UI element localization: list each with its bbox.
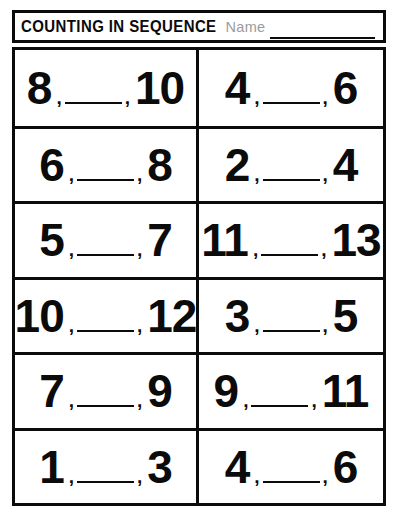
first-number: 6 <box>39 142 64 188</box>
first-number: 11 <box>201 217 248 263</box>
second-number: 8 <box>147 142 172 188</box>
comma-separator: , <box>253 240 258 259</box>
first-number: 2 <box>225 142 250 188</box>
second-number: 12 <box>147 293 196 339</box>
answer-blank[interactable] <box>263 99 320 104</box>
comma-separator: , <box>323 88 328 107</box>
first-number: 5 <box>39 217 64 263</box>
comma-separator: , <box>56 88 61 107</box>
second-number: 13 <box>332 217 381 263</box>
comma-separator: , <box>137 316 142 335</box>
sequence-cell: 10,,12 <box>15 277 199 353</box>
sequence-cell: 9,,11 <box>199 352 383 428</box>
worksheet-page: COUNTING IN SEQUENCE Name 8,,10 4,,6 6,,… <box>12 10 386 506</box>
comma-separator: , <box>323 316 328 335</box>
sequence-grid: 8,,10 4,,6 6,,8 2,,4 5,,7 11,,13 <box>12 47 386 506</box>
comma-separator: , <box>311 391 316 410</box>
second-number: 5 <box>333 293 358 339</box>
first-number: 10 <box>15 293 64 339</box>
sequence-line: 6,,8 <box>36 142 175 188</box>
comma-separator: , <box>137 165 142 184</box>
sequence-cell: 4,,6 <box>199 428 383 504</box>
second-number: 4 <box>333 142 358 188</box>
sequence-cell: 2,,4 <box>199 126 383 202</box>
second-number: 3 <box>147 444 172 490</box>
second-number: 10 <box>135 65 184 111</box>
comma-separator: , <box>243 391 248 410</box>
comma-separator: , <box>254 316 259 335</box>
comma-separator: , <box>69 240 74 259</box>
comma-separator: , <box>321 240 326 259</box>
comma-separator: , <box>69 165 74 184</box>
comma-separator: , <box>69 316 74 335</box>
comma-separator: , <box>254 88 259 107</box>
sequence-cell: 11,,13 <box>199 201 383 277</box>
answer-blank[interactable] <box>77 478 134 483</box>
second-number: 9 <box>147 368 172 414</box>
comma-separator: , <box>137 467 142 486</box>
name-input-line[interactable] <box>270 20 375 39</box>
first-number: 9 <box>214 368 239 414</box>
answer-blank[interactable] <box>77 176 134 181</box>
sequence-cell: 4,,6 <box>199 50 383 126</box>
first-number: 4 <box>225 444 250 490</box>
sequence-cell: 3,,5 <box>199 277 383 353</box>
comma-separator: , <box>125 88 130 107</box>
sequence-line: 2,,4 <box>222 142 361 188</box>
answer-blank[interactable] <box>263 327 320 332</box>
sequence-line: 4,,6 <box>222 65 361 111</box>
second-number: 6 <box>333 444 358 490</box>
comma-separator: , <box>69 391 74 410</box>
sequence-cell: 7,,9 <box>15 352 199 428</box>
sequence-line: 3,,5 <box>222 293 361 339</box>
first-number: 3 <box>225 293 250 339</box>
worksheet-title: COUNTING IN SEQUENCE <box>21 18 217 36</box>
sequence-line: 10,,12 <box>15 293 199 339</box>
answer-blank[interactable] <box>261 251 318 256</box>
sequence-line: 4,,6 <box>222 444 361 490</box>
second-number: 7 <box>147 217 172 263</box>
sequence-line: 11,,13 <box>199 217 383 263</box>
sequence-cell: 5,,7 <box>15 201 199 277</box>
answer-blank[interactable] <box>65 99 122 104</box>
sequence-cell: 8,,10 <box>15 50 199 126</box>
comma-separator: , <box>254 165 259 184</box>
sequence-line: 5,,7 <box>36 217 175 263</box>
sequence-cell: 6,,8 <box>15 126 199 202</box>
answer-blank[interactable] <box>77 327 134 332</box>
sequence-line: 8,,10 <box>24 65 187 111</box>
second-number: 11 <box>322 368 369 414</box>
comma-separator: , <box>137 391 142 410</box>
answer-blank[interactable] <box>77 402 134 407</box>
sequence-line: 1,,3 <box>36 444 175 490</box>
first-number: 1 <box>39 444 64 490</box>
comma-separator: , <box>254 467 259 486</box>
sequence-line: 7,,9 <box>36 368 175 414</box>
comma-separator: , <box>323 165 328 184</box>
comma-separator: , <box>69 467 74 486</box>
name-label: Name <box>226 19 266 35</box>
answer-blank[interactable] <box>77 251 134 256</box>
answer-blank[interactable] <box>263 478 320 483</box>
answer-blank[interactable] <box>263 176 320 181</box>
comma-separator: , <box>137 240 142 259</box>
comma-separator: , <box>323 467 328 486</box>
header-bar: COUNTING IN SEQUENCE Name <box>12 10 386 43</box>
first-number: 4 <box>225 65 250 111</box>
first-number: 7 <box>39 368 64 414</box>
second-number: 6 <box>333 65 358 111</box>
first-number: 8 <box>27 65 52 111</box>
sequence-cell: 1,,3 <box>15 428 199 504</box>
answer-blank[interactable] <box>251 402 308 407</box>
sequence-line: 9,,11 <box>211 368 372 414</box>
